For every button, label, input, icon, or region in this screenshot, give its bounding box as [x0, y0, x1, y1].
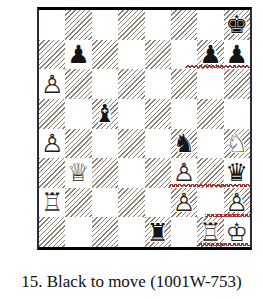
square-g6 [197, 69, 223, 99]
square-c7 [92, 40, 118, 70]
square-h8: ♚ [224, 10, 250, 40]
square-h2: ♙ [224, 188, 250, 218]
square-e7 [145, 40, 171, 70]
square-c8 [92, 10, 118, 40]
piece-black-king: ♚ [226, 12, 248, 37]
red-squiggle-annotation-g2-h2 [205, 214, 250, 217]
square-d4 [118, 129, 144, 159]
piece-black-queen: ♛ [226, 160, 248, 185]
square-b6 [65, 69, 91, 99]
diagram-caption: 15. Black to move (1001W-753) [0, 272, 263, 292]
square-b1 [65, 217, 91, 247]
square-c5: ♝ [92, 99, 118, 129]
square-e5 [145, 99, 171, 129]
piece-black-bishop: ♝ [94, 101, 116, 126]
square-b5 [65, 99, 91, 129]
square-c1 [92, 217, 118, 247]
piece-white-knight: ♘ [226, 131, 248, 156]
piece-white-pawn: ♙ [173, 190, 195, 215]
piece-black-rook: ♜ [146, 220, 168, 245]
square-d8 [118, 10, 144, 40]
piece-white-queen: ♕ [67, 160, 89, 185]
square-f5 [171, 99, 197, 129]
piece-white-pawn: ♙ [173, 160, 195, 185]
piece-white-pawn: ♙ [41, 72, 63, 97]
square-e4 [145, 129, 171, 159]
piece-black-pawn: ♟ [67, 42, 89, 67]
square-f6 [171, 69, 197, 99]
square-a8 [39, 10, 65, 40]
square-e6 [145, 69, 171, 99]
piece-black-knight: ♞ [173, 131, 195, 156]
red-squiggle-annotation-g1-h1 [197, 243, 250, 246]
piece-white-rook: ♖ [41, 190, 63, 215]
square-a5 [39, 99, 65, 129]
square-b2 [65, 188, 91, 218]
piece-white-pawn: ♙ [41, 131, 63, 156]
square-f2: ♙ [171, 188, 197, 218]
square-c6 [92, 69, 118, 99]
chess-board: ♚♟♟♟♙♝♙♞♘♕♙♛♖♙♙♜♖♔ [37, 7, 252, 250]
square-a3 [39, 158, 65, 188]
piece-black-pawn: ♟ [226, 42, 248, 67]
square-e3 [145, 158, 171, 188]
red-squiggle-annotation-f3-h3 [169, 184, 250, 187]
square-d3 [118, 158, 144, 188]
square-f8 [171, 10, 197, 40]
square-c2 [92, 188, 118, 218]
square-d5 [118, 99, 144, 129]
piece-white-king: ♔ [226, 220, 248, 245]
square-a6: ♙ [39, 69, 65, 99]
square-d2 [118, 188, 144, 218]
square-e8 [145, 10, 171, 40]
square-a7 [39, 40, 65, 70]
square-f4: ♞ [171, 129, 197, 159]
square-b3: ♕ [65, 158, 91, 188]
square-e1: ♜ [145, 217, 171, 247]
square-c3 [92, 158, 118, 188]
piece-white-rook: ♖ [199, 220, 221, 245]
square-f1 [171, 217, 197, 247]
square-h6 [224, 69, 250, 99]
square-h4: ♘ [224, 129, 250, 159]
square-b7: ♟ [65, 40, 91, 70]
square-g8 [197, 10, 223, 40]
square-h5 [224, 99, 250, 129]
piece-white-pawn: ♙ [226, 190, 248, 215]
square-d6 [118, 69, 144, 99]
square-d1 [118, 217, 144, 247]
square-g2 [197, 188, 223, 218]
square-d7 [118, 40, 144, 70]
square-c4 [92, 129, 118, 159]
red-squiggle-annotation-g7-h7 [185, 65, 250, 68]
square-a4: ♙ [39, 129, 65, 159]
square-e2 [145, 188, 171, 218]
square-g4 [197, 129, 223, 159]
piece-black-pawn: ♟ [199, 42, 221, 67]
square-a2: ♖ [39, 188, 65, 218]
square-g5 [197, 99, 223, 129]
square-b8 [65, 10, 91, 40]
square-b4 [65, 129, 91, 159]
square-a1 [39, 217, 65, 247]
